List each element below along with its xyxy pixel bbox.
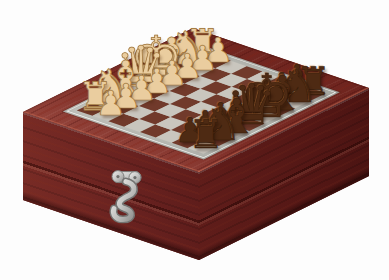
chess-box-product-photo: ♜♞♝♛♚♝♞♜♟♟♟♟♟♟♟♟♟♟♟♟♟♟♟♟♜♞♝♛♚♝♞♜ — [0, 0, 389, 280]
clasp-latch-icon — [104, 168, 148, 224]
